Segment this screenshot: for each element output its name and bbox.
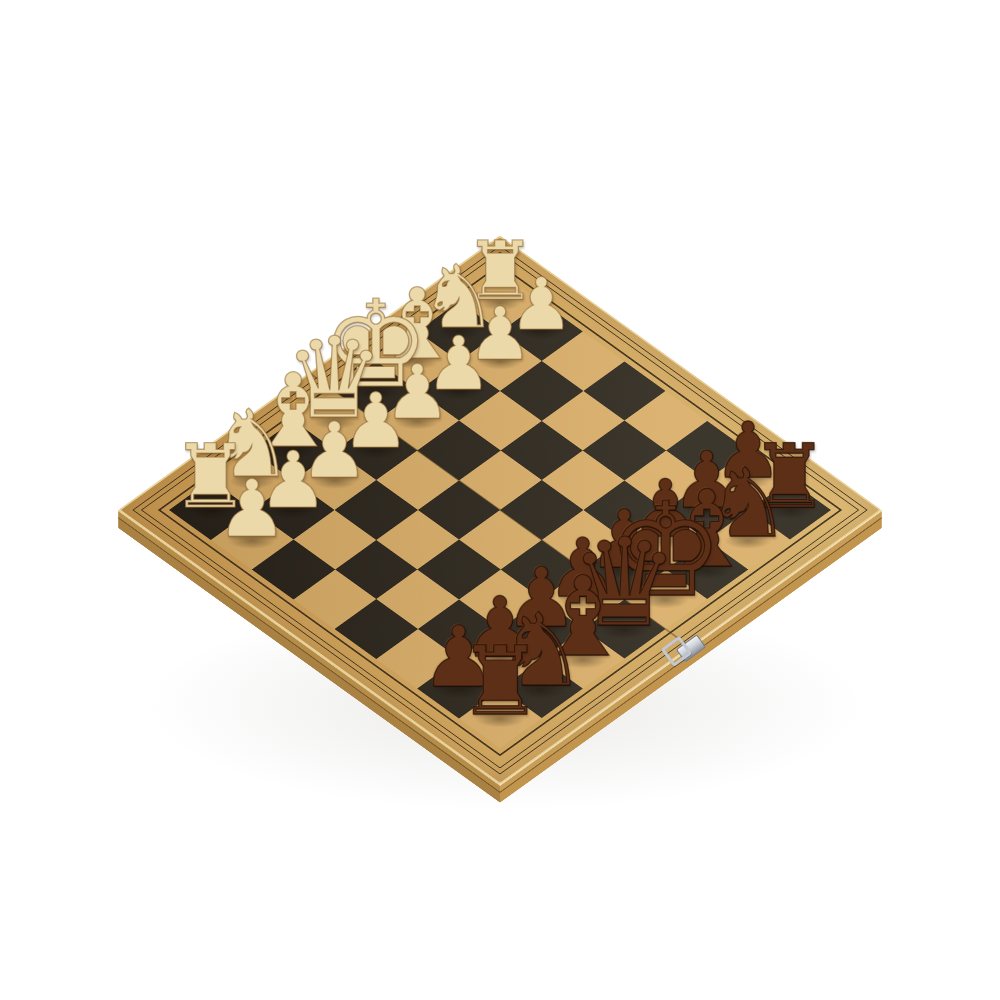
square-c4[interactable] <box>376 510 459 570</box>
product-photo: ♜♞♝♛♚♝♞♜♟♟♟♟♟♟♟♟♟♟♟♟♟♟♟♟♜♞♝♛♚♝♞♜ <box>0 0 1000 1000</box>
piece-white-pawn-a2[interactable]: ♟ <box>216 470 287 549</box>
square-b4[interactable] <box>335 540 418 600</box>
square-a4[interactable] <box>293 570 376 630</box>
square-a5[interactable] <box>335 599 418 659</box>
piece-black-rook-a8[interactable]: ♜ <box>457 635 542 730</box>
